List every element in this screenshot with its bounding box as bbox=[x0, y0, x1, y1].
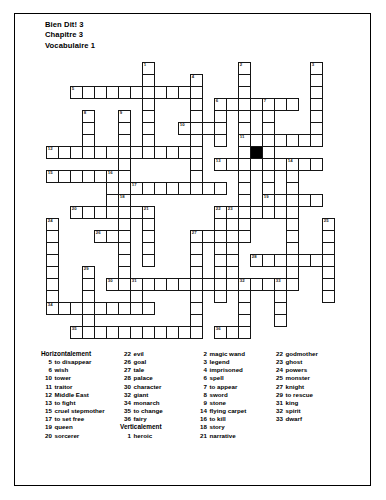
title-block: Bien Dit! 3 Chapitre 3 Vocabulaire 1 bbox=[45, 20, 95, 51]
clue-item: 27tale bbox=[120, 366, 163, 374]
cell-number: 19 bbox=[264, 195, 269, 200]
clue-number: 1 bbox=[120, 432, 131, 440]
cell-number: 4 bbox=[192, 75, 194, 80]
grid-cell[interactable] bbox=[310, 134, 323, 147]
clue-number: 27 bbox=[272, 383, 283, 391]
cell-number: 25 bbox=[324, 219, 329, 224]
grid-cell[interactable] bbox=[310, 194, 323, 207]
clue-number: 14 bbox=[196, 407, 207, 415]
clue-number: 34 bbox=[120, 399, 131, 407]
clue-number: 26 bbox=[120, 358, 131, 366]
clue-number: 13 bbox=[41, 399, 52, 407]
clue-text: palace bbox=[134, 374, 153, 381]
clue-text: spell bbox=[210, 374, 224, 381]
cell-number: 21 bbox=[144, 207, 149, 212]
cell-number: 12 bbox=[48, 147, 53, 152]
down-header: Verticalement bbox=[120, 423, 163, 431]
clue-item: 11traitor bbox=[41, 383, 105, 391]
clue-text: wish bbox=[55, 366, 69, 373]
clue-number: 22 bbox=[120, 350, 131, 358]
clue-number: 6 bbox=[41, 366, 52, 374]
cell-number: 28 bbox=[252, 255, 257, 260]
cell-number: 29 bbox=[84, 267, 89, 272]
clue-text: monster bbox=[286, 374, 310, 381]
clue-number: 21 bbox=[196, 432, 207, 440]
clue-item: 30character bbox=[120, 383, 163, 391]
cell-number: 17 bbox=[132, 183, 137, 188]
clue-item: 16to kill bbox=[196, 415, 246, 423]
clue-text: character bbox=[134, 383, 162, 390]
cell-number: 14 bbox=[288, 159, 293, 164]
cell-number: 1 bbox=[144, 63, 146, 68]
clues-column-2: 22evil26goal27tale28palace30character32g… bbox=[120, 350, 163, 440]
clue-text: to appear bbox=[210, 383, 238, 390]
crossword-grid: 1234567891011121314151617181920212223242… bbox=[46, 62, 335, 339]
clue-number: 28 bbox=[120, 374, 131, 382]
clue-text: queen bbox=[55, 423, 73, 430]
clue-text: flying carpet bbox=[210, 407, 247, 414]
clue-item: 4imprisoned bbox=[196, 366, 246, 374]
cell-number: 35 bbox=[72, 327, 77, 332]
clue-number: 16 bbox=[196, 415, 207, 423]
grid-cell[interactable] bbox=[286, 278, 299, 291]
clue-item: 21narrative bbox=[196, 432, 246, 440]
clue-number: 10 bbox=[41, 374, 52, 382]
clue-text: legend bbox=[210, 358, 230, 365]
clue-number: 6 bbox=[196, 374, 207, 382]
cell-number: 16 bbox=[108, 171, 113, 176]
cell-number: 8 bbox=[84, 111, 86, 116]
clue-number: 17 bbox=[41, 415, 52, 423]
clue-item: 27knight bbox=[272, 383, 318, 391]
clue-number: 36 bbox=[120, 415, 131, 423]
clue-number: 32 bbox=[272, 407, 283, 415]
clue-text: tale bbox=[134, 366, 145, 373]
cell-number: 36 bbox=[216, 327, 221, 332]
clue-item: 29to rescue bbox=[272, 391, 318, 399]
clue-text: to kill bbox=[210, 415, 226, 422]
clue-text: spirit bbox=[286, 407, 301, 414]
clue-text: story bbox=[210, 423, 225, 430]
cell-number: 3 bbox=[312, 63, 314, 68]
worksheet-page: Bien Dit! 3 Chapitre 3 Vocabulaire 1 123… bbox=[0, 0, 386, 500]
grid-cell[interactable] bbox=[214, 182, 227, 195]
clue-item: 1heroic bbox=[120, 432, 163, 440]
grid-cell[interactable] bbox=[214, 290, 227, 303]
clue-item: 6spell bbox=[196, 374, 246, 382]
cell-number: 20 bbox=[72, 207, 77, 212]
clue-item: 36fairy bbox=[120, 415, 163, 423]
clue-number: 12 bbox=[41, 391, 52, 399]
clues-column-3: 2magic wand3legend4imprisoned6spell7to a… bbox=[196, 350, 246, 440]
clue-item: 6wish bbox=[41, 366, 105, 374]
clue-text: narrative bbox=[210, 432, 236, 439]
grid-cell[interactable] bbox=[190, 326, 203, 339]
clue-item: 32giant bbox=[120, 391, 163, 399]
clue-text: knight bbox=[286, 383, 305, 390]
cell-number: 26 bbox=[96, 231, 101, 236]
grid-cell[interactable] bbox=[238, 326, 251, 339]
clue-number: 33 bbox=[272, 415, 283, 423]
clue-item: 26goal bbox=[120, 358, 163, 366]
cell-number: 24 bbox=[48, 219, 53, 224]
clue-item: 20sorcerer bbox=[41, 432, 105, 440]
clue-text: to change bbox=[134, 407, 163, 414]
cell-number: 10 bbox=[180, 123, 185, 128]
cell-number: 2 bbox=[240, 63, 242, 68]
clue-text: ghost bbox=[286, 358, 303, 365]
title-line-vocab: Vocabulaire 1 bbox=[45, 41, 95, 51]
cell-number: 9 bbox=[120, 111, 122, 116]
clue-item: 7to appear bbox=[196, 383, 246, 391]
clue-item: 8sword bbox=[196, 391, 246, 399]
clue-text: godmother bbox=[286, 350, 318, 357]
clue-number: 18 bbox=[196, 423, 207, 431]
clue-item: 33dwarf bbox=[272, 415, 318, 423]
grid-cell[interactable] bbox=[322, 290, 335, 303]
grid-cell[interactable] bbox=[286, 98, 299, 111]
clue-number: 7 bbox=[196, 383, 207, 391]
cell-number: 5 bbox=[72, 87, 74, 92]
clue-number: 22 bbox=[272, 350, 283, 358]
clue-item: 9stone bbox=[196, 399, 246, 407]
cell-number: 32 bbox=[240, 279, 245, 284]
clue-item: 14flying carpet bbox=[196, 407, 246, 415]
cell-number: 34 bbox=[48, 303, 53, 308]
clue-text: cruel stepmother bbox=[55, 407, 105, 414]
across-header: Horizontalement bbox=[41, 350, 105, 358]
clue-item: 19queen bbox=[41, 423, 105, 431]
clue-number: 2 bbox=[196, 350, 207, 358]
clue-number: 27 bbox=[120, 366, 131, 374]
clue-item: 35to change bbox=[120, 407, 163, 415]
clue-text: magic wand bbox=[210, 350, 245, 357]
clue-item: 18story bbox=[196, 423, 246, 431]
cell-number: 22 bbox=[216, 207, 221, 212]
cell-number: 7 bbox=[264, 99, 266, 104]
clue-text: fairy bbox=[134, 415, 147, 422]
clue-text: to disappear bbox=[55, 358, 92, 365]
clue-number: 19 bbox=[41, 423, 52, 431]
clues-column-4: 22godmother23ghost24powers25monster27kni… bbox=[272, 350, 318, 423]
clue-text: sorcerer bbox=[55, 432, 80, 439]
clue-text: imprisoned bbox=[210, 366, 243, 373]
clue-text: king bbox=[286, 399, 299, 406]
cell-number: 27 bbox=[192, 231, 197, 236]
clue-number: 11 bbox=[41, 383, 52, 391]
clue-item: 22godmother bbox=[272, 350, 318, 358]
clue-number: 15 bbox=[41, 407, 52, 415]
clue-item: 25monster bbox=[272, 374, 318, 382]
cell-number: 11 bbox=[240, 135, 245, 140]
clue-item: 12Middle East bbox=[41, 391, 105, 399]
clue-text: traitor bbox=[55, 383, 73, 390]
clue-number: 3 bbox=[196, 358, 207, 366]
clue-text: giant bbox=[134, 391, 149, 398]
clue-number: 23 bbox=[272, 358, 283, 366]
cell-number: 30 bbox=[108, 279, 113, 284]
clue-text: tower bbox=[55, 374, 72, 381]
clue-number: 4 bbox=[196, 366, 207, 374]
clue-number: 29 bbox=[272, 391, 283, 399]
clue-number: 9 bbox=[196, 399, 207, 407]
clue-item: 17to set free bbox=[41, 415, 105, 423]
clue-number: 5 bbox=[41, 358, 52, 366]
clue-text: goal bbox=[134, 358, 147, 365]
clue-text: heroic bbox=[134, 432, 153, 439]
grid-cell[interactable] bbox=[238, 230, 251, 243]
clue-text: to fight bbox=[55, 399, 76, 406]
clue-text: monarch bbox=[134, 399, 160, 406]
cell-number: 13 bbox=[216, 159, 221, 164]
clues-column-1: Horizontalement5to disappear6wish10tower… bbox=[41, 350, 105, 440]
clue-number: 8 bbox=[196, 391, 207, 399]
clue-item: 22evil bbox=[120, 350, 163, 358]
grid-cell[interactable] bbox=[214, 134, 227, 147]
grid-cell[interactable] bbox=[142, 254, 155, 267]
grid-cell[interactable] bbox=[310, 158, 323, 171]
cell-number: 18 bbox=[120, 195, 125, 200]
clue-item: 34monarch bbox=[120, 399, 163, 407]
cell-number: 31 bbox=[132, 279, 137, 284]
clue-item: 15cruel stepmother bbox=[41, 407, 105, 415]
clue-text: to set free bbox=[55, 415, 85, 422]
clue-item: 5to disappear bbox=[41, 358, 105, 366]
grid-cell[interactable] bbox=[274, 314, 287, 327]
clue-item: 10tower bbox=[41, 374, 105, 382]
clue-number: 25 bbox=[272, 374, 283, 382]
clue-text: evil bbox=[134, 350, 144, 357]
clue-text: sword bbox=[210, 391, 228, 398]
cell-number: 23 bbox=[228, 207, 233, 212]
clue-text: to rescue bbox=[286, 391, 314, 398]
clue-item: 32spirit bbox=[272, 407, 318, 415]
clue-item: 24powers bbox=[272, 366, 318, 374]
clue-number: 35 bbox=[120, 407, 131, 415]
grid-cell[interactable] bbox=[142, 302, 155, 315]
cell-number: 6 bbox=[216, 99, 218, 104]
clue-number: 24 bbox=[272, 366, 283, 374]
title-line-book: Bien Dit! 3 bbox=[45, 20, 95, 30]
clue-item: 3legend bbox=[196, 358, 246, 366]
clue-text: dwarf bbox=[286, 415, 303, 422]
cell-number: 33 bbox=[276, 279, 281, 284]
clue-number: 31 bbox=[272, 399, 283, 407]
clue-item: 23ghost bbox=[272, 358, 318, 366]
clue-item: 28palace bbox=[120, 374, 163, 382]
clue-item: 2magic wand bbox=[196, 350, 246, 358]
clue-item: 13to fight bbox=[41, 399, 105, 407]
clue-item: 31king bbox=[272, 399, 318, 407]
cell-number: 15 bbox=[48, 171, 53, 176]
clue-text: powers bbox=[286, 366, 308, 373]
clue-text: stone bbox=[210, 399, 227, 406]
clue-number: 30 bbox=[120, 383, 131, 391]
title-line-chapter: Chapitre 3 bbox=[45, 30, 95, 40]
clue-number: 32 bbox=[120, 391, 131, 399]
clue-text: Middle East bbox=[55, 391, 89, 398]
clue-number: 20 bbox=[41, 432, 52, 440]
